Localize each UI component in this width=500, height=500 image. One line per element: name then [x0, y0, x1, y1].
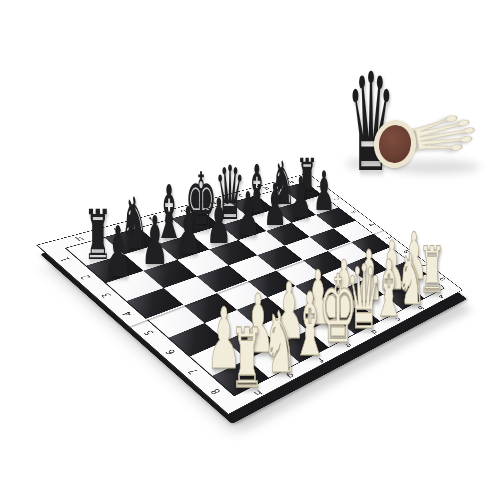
chess-board: 11hh22gg33ff44ee55dd66cc77bb88aa	[36, 173, 463, 415]
product-photo-scene: 11hh22gg33ff44ee55dd66cc77bb88aa ♜♞♝♚♛♝♞…	[0, 0, 500, 500]
squares-grid	[65, 182, 445, 397]
